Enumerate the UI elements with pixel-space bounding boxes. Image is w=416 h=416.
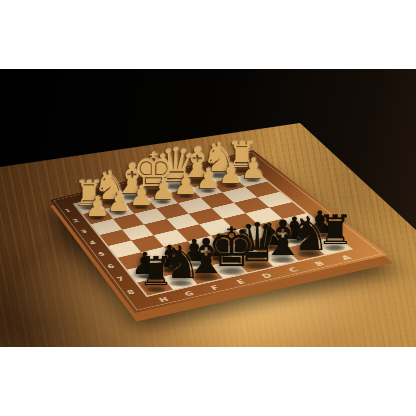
white-pawn-e2[interactable]: ♟ (151, 177, 176, 205)
bottom-white-band (0, 347, 416, 416)
photo-stage: 12345678HGFEDCBA ♜♞♟♝♟♛♟♚♟♝♟♞♟♜♟♟♟♟♟♜♟♞♟… (0, 0, 416, 416)
black-rook-h8[interactable]: ♜ (138, 252, 173, 292)
white-pawn-d2[interactable]: ♟ (173, 171, 198, 199)
white-pawn-f2[interactable]: ♟ (129, 182, 154, 210)
photo-area: 12345678HGFEDCBA ♜♞♟♝♟♛♟♚♟♝♟♞♟♜♟♟♟♟♟♜♟♞♟… (0, 69, 416, 347)
white-pawn-c2[interactable]: ♟ (196, 166, 221, 194)
white-pawn-b2[interactable]: ♟ (218, 160, 243, 188)
white-pawn-a2[interactable]: ♟ (241, 155, 266, 183)
white-pawn-h2[interactable]: ♟ (85, 193, 110, 220)
top-white-band (0, 0, 416, 69)
white-pawn-g2[interactable]: ♟ (107, 188, 132, 215)
